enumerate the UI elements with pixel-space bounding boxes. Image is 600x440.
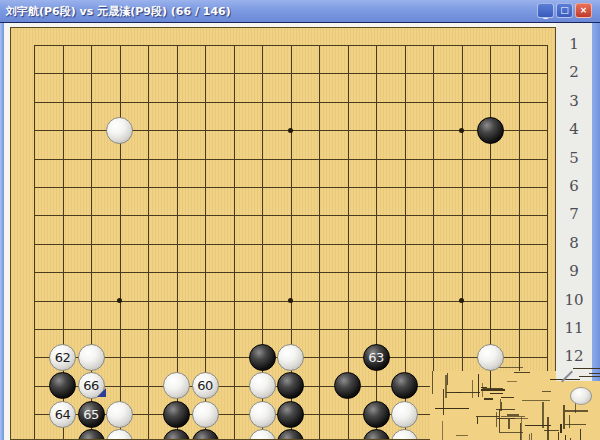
window-controls: _ □ × bbox=[537, 3, 592, 18]
grid-line-v bbox=[519, 45, 520, 440]
star-point bbox=[288, 128, 293, 133]
grid-line-v bbox=[376, 45, 377, 440]
row-label-7: 7 bbox=[556, 205, 592, 223]
stone-black-K6 bbox=[277, 401, 304, 428]
stone-white-J7 bbox=[249, 372, 276, 399]
window-border-right bbox=[592, 23, 600, 440]
row-label-8: 8 bbox=[556, 234, 592, 252]
stone-white-B6: 64 bbox=[49, 401, 76, 428]
grid-line-v bbox=[433, 45, 434, 440]
stone-black-F6 bbox=[163, 401, 190, 428]
row-label-11: 11 bbox=[556, 319, 592, 337]
stone-black-J8 bbox=[249, 344, 276, 371]
row-label-2: 2 bbox=[556, 63, 592, 81]
window-border-left bbox=[0, 23, 4, 440]
row-label-1: 1 bbox=[556, 35, 592, 53]
stone-white-J6 bbox=[249, 401, 276, 428]
grid-line-v bbox=[462, 45, 463, 440]
stone-white-D6 bbox=[106, 401, 133, 428]
grid-line-v bbox=[148, 45, 149, 440]
row-label-4: 4 bbox=[556, 120, 592, 138]
grid-line-v bbox=[490, 45, 491, 440]
row-label-3: 3 bbox=[556, 92, 592, 110]
move-marker-triangle bbox=[97, 388, 106, 397]
stone-black-C6: 65 bbox=[78, 401, 105, 428]
grid-line-v bbox=[234, 45, 235, 440]
stone-black-R16 bbox=[477, 117, 504, 144]
close-button[interactable]: × bbox=[575, 3, 592, 18]
maximize-button[interactable]: □ bbox=[556, 3, 573, 18]
row-label-10: 10 bbox=[556, 291, 592, 309]
stone-black-N8: 63 bbox=[363, 344, 390, 371]
stone-white-K8 bbox=[277, 344, 304, 371]
stone-white-G6 bbox=[192, 401, 219, 428]
grid-line-v bbox=[120, 45, 121, 440]
stone-white-C8 bbox=[78, 344, 105, 371]
go-board[interactable]: 626366606465 bbox=[10, 27, 556, 440]
grid-line-h bbox=[34, 329, 547, 330]
stone-white-O6 bbox=[391, 401, 418, 428]
grid-line-v bbox=[319, 45, 320, 440]
window-title: 刘宇航(P6段) vs 元晟溱(P9段) (66 / 146) bbox=[0, 4, 231, 19]
app-window: 刘宇航(P6段) vs 元晟溱(P9段) (66 / 146) _ □ × 62… bbox=[0, 0, 600, 440]
minimize-button[interactable]: _ bbox=[537, 3, 554, 18]
stone-white-R8 bbox=[477, 344, 504, 371]
client-area: 626366606465 123456789101112 bbox=[0, 23, 600, 440]
row-label-5: 5 bbox=[556, 149, 592, 167]
stone-white-D16 bbox=[106, 117, 133, 144]
star-point bbox=[459, 128, 464, 133]
grid-line-v bbox=[34, 45, 35, 440]
stone-white-G7: 60 bbox=[192, 372, 219, 399]
stone-black-N6 bbox=[363, 401, 390, 428]
stone-white-B8: 62 bbox=[49, 344, 76, 371]
title-bar[interactable]: 刘宇航(P6段) vs 元晟溱(P9段) (66 / 146) _ □ × bbox=[0, 0, 600, 23]
row-label-9: 9 bbox=[556, 262, 592, 280]
row-coordinate-column: 123456789101112 bbox=[556, 23, 592, 440]
grid-line-v bbox=[547, 45, 548, 440]
row-label-12: 12 bbox=[556, 347, 592, 365]
row-label-6: 6 bbox=[556, 177, 592, 195]
